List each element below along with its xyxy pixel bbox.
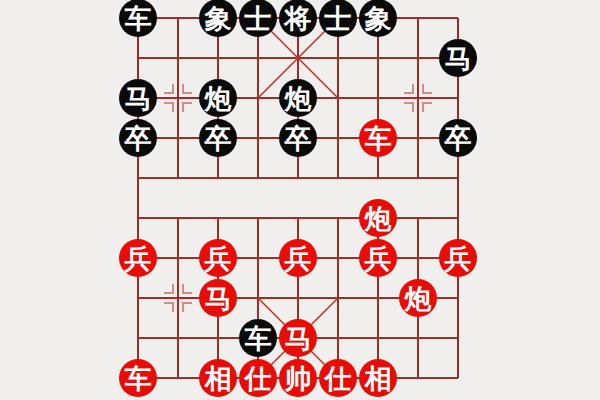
piece-red-horse[interactable]: 马 bbox=[199, 279, 237, 317]
piece-red-king[interactable]: 帅 bbox=[279, 359, 317, 397]
piece-black-soldier[interactable]: 卒 bbox=[279, 119, 317, 157]
piece-red-cannon[interactable]: 炮 bbox=[359, 199, 397, 237]
piece-black-advisor[interactable]: 士 bbox=[239, 0, 277, 37]
piece-red-elephant[interactable]: 相 bbox=[199, 359, 237, 397]
piece-black-horse[interactable]: 马 bbox=[119, 79, 157, 117]
piece-red-cannon[interactable]: 炮 bbox=[399, 279, 437, 317]
piece-black-soldier[interactable]: 卒 bbox=[199, 119, 237, 157]
piece-red-soldier[interactable]: 兵 bbox=[279, 239, 317, 277]
piece-black-general[interactable]: 将 bbox=[279, 0, 317, 37]
piece-red-soldier[interactable]: 兵 bbox=[119, 239, 157, 277]
piece-black-cannon[interactable]: 炮 bbox=[199, 79, 237, 117]
piece-black-elephant[interactable]: 象 bbox=[359, 0, 397, 37]
piece-red-advisor[interactable]: 仕 bbox=[239, 359, 277, 397]
piece-black-cannon[interactable]: 炮 bbox=[279, 79, 317, 117]
piece-black-chariot[interactable]: 车 bbox=[119, 0, 157, 37]
piece-black-advisor[interactable]: 士 bbox=[319, 0, 357, 37]
piece-red-elephant[interactable]: 相 bbox=[359, 359, 397, 397]
piece-black-elephant[interactable]: 象 bbox=[199, 0, 237, 37]
xiangqi-board[interactable]: 车象士将士象马马炮炮卒卒卒车卒炮兵兵兵兵兵马炮车马车相仕帅仕相 bbox=[118, 0, 478, 398]
piece-red-soldier[interactable]: 兵 bbox=[359, 239, 397, 277]
piece-red-advisor[interactable]: 仕 bbox=[319, 359, 357, 397]
piece-black-soldier[interactable]: 卒 bbox=[119, 119, 157, 157]
piece-black-chariot[interactable]: 车 bbox=[239, 319, 277, 357]
piece-red-soldier[interactable]: 兵 bbox=[439, 239, 477, 277]
piece-red-chariot[interactable]: 车 bbox=[119, 359, 157, 397]
piece-black-soldier[interactable]: 卒 bbox=[439, 119, 477, 157]
app-canvas: 车象士将士象马马炮炮卒卒卒车卒炮兵兵兵兵兵马炮车马车相仕帅仕相 bbox=[0, 0, 600, 400]
piece-red-chariot[interactable]: 车 bbox=[359, 119, 397, 157]
pieces-layer: 车象士将士象马马炮炮卒卒卒车卒炮兵兵兵兵兵马炮车马车相仕帅仕相 bbox=[118, 0, 478, 398]
piece-red-horse[interactable]: 马 bbox=[279, 319, 317, 357]
piece-black-horse[interactable]: 马 bbox=[439, 39, 477, 77]
piece-red-soldier[interactable]: 兵 bbox=[199, 239, 237, 277]
